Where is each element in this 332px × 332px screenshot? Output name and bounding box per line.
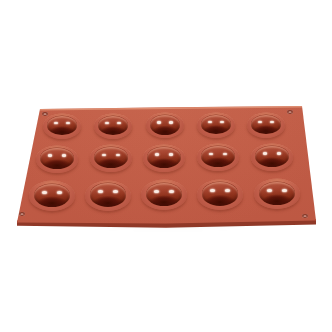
cavity-opening [255,146,288,167]
mold-cavity [197,180,243,210]
product-photo [0,0,332,332]
cavity-opening [34,184,70,207]
cavity-opening [251,115,281,135]
mold-cavity [146,113,184,138]
mold-cavity [36,146,78,173]
mold-cavity [90,145,132,172]
cavity-opening [201,115,231,135]
mold-cavity [247,113,285,138]
cavity-opening [150,115,180,135]
cavity-opening [146,183,182,206]
cavity-opening [94,147,127,168]
mold-cavity [94,114,132,139]
cavity-opening [98,116,128,136]
cavity-opening [90,183,126,206]
cavity-opening [40,148,73,169]
mold-cavity [141,180,187,210]
cavity-opening [147,147,180,168]
mold-cavity [43,114,81,139]
mold-cavity [85,181,131,211]
mold-cavity [29,181,75,211]
mold-cavity [254,179,300,209]
mold-cavity [143,145,185,172]
cavity-opening [259,182,295,205]
cavity-opening [202,182,238,205]
mold-cavity [197,144,239,171]
mold-cavity [197,113,235,138]
cavity-opening [201,146,234,167]
mold-cavity [251,144,293,171]
cavity-opening [47,116,77,136]
